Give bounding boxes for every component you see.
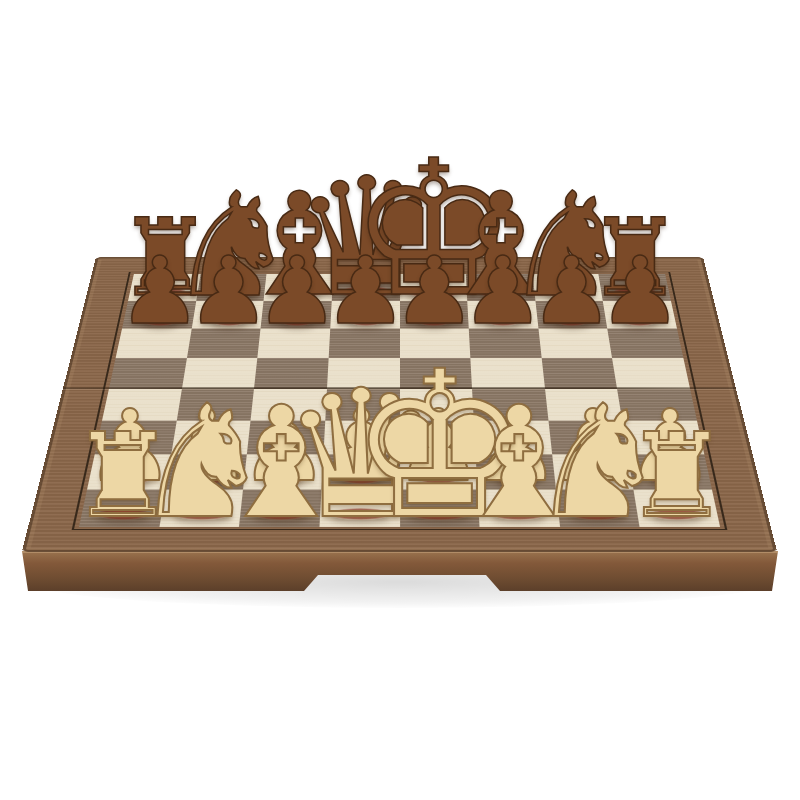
pieces-layer: ♜♞♝♛♚♝♞♜♟♟♟♟♟♟♟♟♟♟♟♟♟♟♟♟♜♞♝♛♚♝♞♜ <box>0 0 800 800</box>
black-pawn-icon: ♟ <box>598 243 682 336</box>
chess-set-photo: ♜♞♝♛♚♝♞♜♟♟♟♟♟♟♟♟♟♟♟♟♟♟♟♟♜♞♝♛♚♝♞♜ <box>0 0 800 800</box>
white-rook-icon: ♜ <box>625 418 729 534</box>
